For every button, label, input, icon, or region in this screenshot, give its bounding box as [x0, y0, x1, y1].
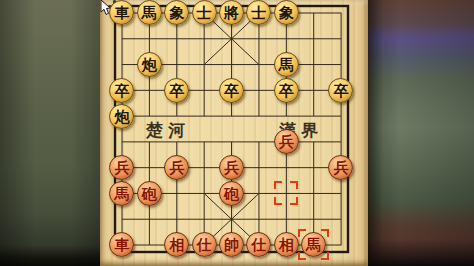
piece-glyph: 兵	[333, 161, 348, 176]
piece-glyph: 兵	[279, 135, 294, 150]
piece-glyph: 仕	[251, 238, 266, 253]
piece-grid: 車馬象士將士象炮馬卒卒卒卒卒炮兵兵兵兵兵馬砲砲車相仕帥仕相馬	[108, 0, 354, 258]
board-point-marker	[307, 58, 320, 71]
piece-black-soldier[interactable]: 卒	[328, 78, 353, 103]
video-background-right	[368, 0, 474, 266]
piece-glyph: 馬	[279, 58, 294, 73]
piece-black-cannon[interactable]: 炮	[137, 52, 162, 77]
piece-black-chariot[interactable]: 車	[109, 0, 134, 25]
piece-glyph: 砲	[142, 186, 157, 201]
piece-red-soldier[interactable]: 兵	[274, 129, 299, 154]
piece-black-soldier[interactable]: 卒	[219, 78, 244, 103]
piece-glyph: 卒	[114, 83, 129, 98]
xiangqi-app-screenshot: 楚河 漢界 車馬象士將士象炮馬卒卒卒卒卒炮兵兵兵兵兵馬砲砲車相仕帥仕相馬	[0, 0, 474, 266]
piece-red-soldier[interactable]: 兵	[219, 155, 244, 180]
piece-glyph: 卒	[279, 83, 294, 98]
video-background-left	[0, 0, 100, 266]
piece-red-soldier[interactable]: 兵	[109, 155, 134, 180]
piece-red-chariot[interactable]: 車	[109, 232, 134, 257]
board-point-marker	[280, 161, 293, 174]
piece-black-horse[interactable]: 馬	[274, 52, 299, 77]
piece-red-horse[interactable]: 馬	[301, 232, 326, 257]
piece-red-advisor[interactable]: 仕	[246, 232, 271, 257]
piece-glyph: 卒	[169, 83, 184, 98]
piece-glyph: 象	[169, 6, 184, 21]
piece-glyph: 炮	[114, 109, 129, 124]
piece-black-elephant[interactable]: 象	[274, 0, 299, 25]
piece-glyph: 士	[197, 6, 212, 21]
piece-red-general[interactable]: 帥	[219, 232, 244, 257]
piece-glyph: 相	[279, 238, 294, 253]
piece-red-elephant[interactable]: 相	[164, 232, 189, 257]
piece-black-general[interactable]: 將	[219, 0, 244, 25]
piece-black-soldier[interactable]: 卒	[109, 78, 134, 103]
piece-glyph: 相	[169, 238, 184, 253]
last-move-origin-marker	[274, 181, 298, 205]
piece-glyph: 馬	[142, 6, 157, 21]
piece-red-elephant[interactable]: 相	[274, 232, 299, 257]
piece-glyph: 象	[279, 6, 294, 21]
piece-red-cannon[interactable]: 砲	[137, 181, 162, 206]
last-move-destination-marker	[298, 229, 329, 260]
piece-red-advisor[interactable]: 仕	[192, 232, 217, 257]
piece-red-soldier[interactable]: 兵	[164, 155, 189, 180]
board-point-marker	[307, 187, 320, 200]
piece-glyph: 卒	[333, 83, 348, 98]
piece-glyph: 將	[224, 6, 239, 21]
xiangqi-board[interactable]: 楚河 漢界 車馬象士將士象炮馬卒卒卒卒卒炮兵兵兵兵兵馬砲砲車相仕帥仕相馬	[100, 0, 368, 266]
piece-glyph: 炮	[142, 58, 157, 73]
piece-red-horse[interactable]: 馬	[109, 181, 134, 206]
piece-glyph: 帥	[224, 238, 239, 253]
piece-glyph: 士	[251, 6, 266, 21]
piece-black-elephant[interactable]: 象	[164, 0, 189, 25]
piece-black-cannon[interactable]: 炮	[109, 104, 134, 129]
piece-glyph: 車	[114, 238, 129, 253]
piece-black-horse[interactable]: 馬	[137, 0, 162, 25]
piece-glyph: 卒	[224, 83, 239, 98]
piece-red-cannon[interactable]: 砲	[219, 181, 244, 206]
piece-glyph: 兵	[224, 161, 239, 176]
piece-glyph: 仕	[197, 238, 212, 253]
piece-glyph: 馬	[114, 186, 129, 201]
piece-glyph: 兵	[114, 161, 129, 176]
piece-glyph: 車	[114, 6, 129, 21]
piece-black-soldier[interactable]: 卒	[274, 78, 299, 103]
piece-glyph: 兵	[169, 161, 184, 176]
piece-black-soldier[interactable]: 卒	[164, 78, 189, 103]
piece-glyph: 砲	[224, 186, 239, 201]
mouse-cursor-icon	[100, 0, 112, 16]
piece-black-advisor[interactable]: 士	[192, 0, 217, 25]
piece-red-soldier[interactable]: 兵	[328, 155, 353, 180]
piece-black-advisor[interactable]: 士	[246, 0, 271, 25]
